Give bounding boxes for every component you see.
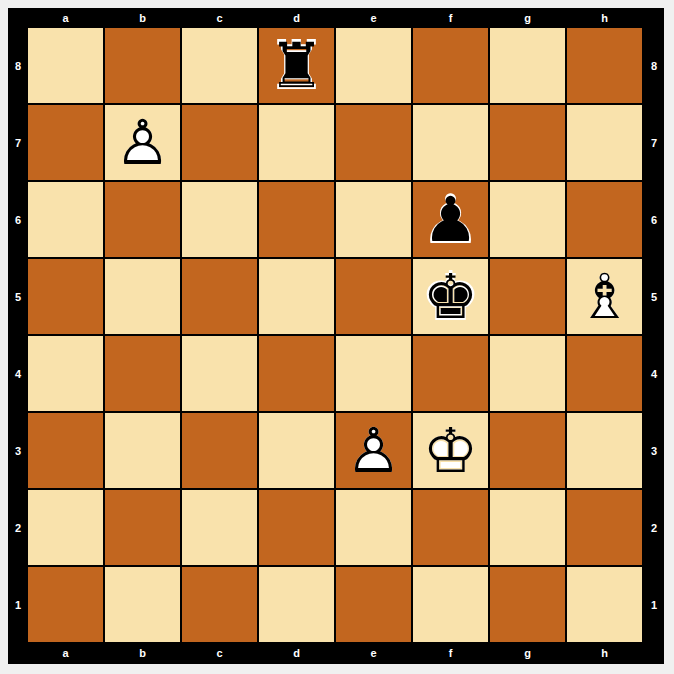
square-a8[interactable] (28, 28, 103, 103)
square-b1[interactable] (105, 567, 180, 642)
white-bishop-icon: ♗ (567, 259, 642, 334)
rank-label-left-7: 7 (8, 105, 28, 180)
square-e4[interactable] (336, 336, 411, 411)
file-label-bottom-c: c (182, 642, 257, 664)
square-e8[interactable] (336, 28, 411, 103)
rank-label-right-4: 4 (644, 336, 664, 411)
square-a3[interactable] (28, 413, 103, 488)
file-label-top-c: c (182, 8, 257, 28)
rank-label-left-2: 2 (8, 490, 28, 565)
black-king-icon: ♚ (409, 255, 492, 338)
square-a6[interactable] (28, 182, 103, 257)
square-e2[interactable] (336, 490, 411, 565)
square-g1[interactable] (490, 567, 565, 642)
white-bishop-icon: ♝ (567, 259, 642, 334)
black-pawn-f6[interactable]: ♟♟ (413, 182, 488, 257)
white-bishop-h5[interactable]: ♝♗ (567, 259, 642, 334)
square-e3[interactable]: ♟♙ (336, 413, 411, 488)
rank-label-right-8: 8 (644, 28, 664, 103)
white-pawn-e3[interactable]: ♟♙ (336, 413, 411, 488)
white-pawn-icon: ♙ (336, 413, 411, 488)
square-g5[interactable] (490, 259, 565, 334)
square-d8[interactable]: ♜♜ (259, 28, 334, 103)
square-e6[interactable] (336, 182, 411, 257)
black-pawn-icon: ♟ (413, 182, 488, 257)
square-b3[interactable] (105, 413, 180, 488)
white-pawn-icon: ♙ (105, 105, 180, 180)
square-c7[interactable] (182, 105, 257, 180)
square-c2[interactable] (182, 490, 257, 565)
square-a4[interactable] (28, 336, 103, 411)
square-g8[interactable] (490, 28, 565, 103)
rank-label-right-7: 7 (644, 105, 664, 180)
square-f6[interactable]: ♟♟ (413, 182, 488, 257)
file-label-bottom-d: d (259, 642, 334, 664)
file-label-bottom-g: g (490, 642, 565, 664)
black-king-icon: ♚ (413, 259, 488, 334)
square-e5[interactable] (336, 259, 411, 334)
square-g3[interactable] (490, 413, 565, 488)
rank-label-right-2: 2 (644, 490, 664, 565)
square-d5[interactable] (259, 259, 334, 334)
file-label-top-b: b (105, 8, 180, 28)
white-king-f3[interactable]: ♚♔ (413, 413, 488, 488)
square-d2[interactable] (259, 490, 334, 565)
square-a5[interactable] (28, 259, 103, 334)
square-h3[interactable] (567, 413, 642, 488)
file-label-top-h: h (567, 8, 642, 28)
square-d3[interactable] (259, 413, 334, 488)
square-f7[interactable] (413, 105, 488, 180)
black-pawn-icon: ♟ (409, 178, 492, 261)
file-label-top-g: g (490, 8, 565, 28)
black-rook-d8[interactable]: ♜♜ (259, 28, 334, 103)
white-king-icon: ♚ (413, 413, 488, 488)
square-f3[interactable]: ♚♔ (413, 413, 488, 488)
white-king-icon: ♔ (413, 413, 488, 488)
file-label-top-d: d (259, 8, 334, 28)
square-f1[interactable] (413, 567, 488, 642)
square-a7[interactable] (28, 105, 103, 180)
square-a2[interactable] (28, 490, 103, 565)
file-label-bottom-h: h (567, 642, 642, 664)
rank-label-left-8: 8 (8, 28, 28, 103)
square-b6[interactable] (105, 182, 180, 257)
square-g6[interactable] (490, 182, 565, 257)
square-b7[interactable]: ♟♙ (105, 105, 180, 180)
square-b8[interactable] (105, 28, 180, 103)
square-h2[interactable] (567, 490, 642, 565)
file-label-bottom-a: a (28, 642, 103, 664)
square-f8[interactable] (413, 28, 488, 103)
chessboard-app: ♜♜♟♙♟♟♚♚♝♗♟♙♚♔ aabbccddeeffgghh887766554… (0, 0, 674, 674)
square-c8[interactable] (182, 28, 257, 103)
rank-label-right-1: 1 (644, 567, 664, 642)
rank-label-left-4: 4 (8, 336, 28, 411)
file-label-top-e: e (336, 8, 411, 28)
square-d7[interactable] (259, 105, 334, 180)
square-d1[interactable] (259, 567, 334, 642)
rank-label-right-3: 3 (644, 413, 664, 488)
square-g2[interactable] (490, 490, 565, 565)
square-g4[interactable] (490, 336, 565, 411)
square-g7[interactable] (490, 105, 565, 180)
file-label-bottom-b: b (105, 642, 180, 664)
square-e7[interactable] (336, 105, 411, 180)
file-label-top-a: a (28, 8, 103, 28)
rank-label-left-1: 1 (8, 567, 28, 642)
file-label-top-f: f (413, 8, 488, 28)
square-h1[interactable] (567, 567, 642, 642)
square-d4[interactable] (259, 336, 334, 411)
white-pawn-icon: ♟ (336, 413, 411, 488)
square-h4[interactable] (567, 336, 642, 411)
rank-label-left-5: 5 (8, 259, 28, 334)
rank-label-right-6: 6 (644, 182, 664, 257)
square-f2[interactable] (413, 490, 488, 565)
file-label-bottom-f: f (413, 642, 488, 664)
rank-label-left-3: 3 (8, 413, 28, 488)
square-f4[interactable] (413, 336, 488, 411)
square-h5[interactable]: ♝♗ (567, 259, 642, 334)
square-h6[interactable] (567, 182, 642, 257)
square-a1[interactable] (28, 567, 103, 642)
square-h7[interactable] (567, 105, 642, 180)
rank-label-left-6: 6 (8, 182, 28, 257)
white-pawn-icon: ♟ (105, 105, 180, 180)
square-h8[interactable] (567, 28, 642, 103)
square-d6[interactable] (259, 182, 334, 257)
board: ♜♜♟♙♟♟♚♚♝♗♟♙♚♔ (28, 28, 642, 642)
square-c3[interactable] (182, 413, 257, 488)
square-c4[interactable] (182, 336, 257, 411)
square-b5[interactable] (105, 259, 180, 334)
black-king-f5[interactable]: ♚♚ (413, 259, 488, 334)
square-b2[interactable] (105, 490, 180, 565)
rank-label-right-5: 5 (644, 259, 664, 334)
square-c6[interactable] (182, 182, 257, 257)
white-pawn-b7[interactable]: ♟♙ (105, 105, 180, 180)
file-label-bottom-e: e (336, 642, 411, 664)
square-b4[interactable] (105, 336, 180, 411)
square-f5[interactable]: ♚♚ (413, 259, 488, 334)
square-e1[interactable] (336, 567, 411, 642)
square-c5[interactable] (182, 259, 257, 334)
square-c1[interactable] (182, 567, 257, 642)
black-rook-icon: ♜ (259, 28, 334, 103)
black-rook-icon: ♜ (255, 24, 338, 107)
